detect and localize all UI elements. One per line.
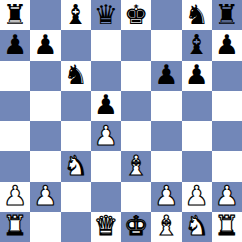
square-g1[interactable]: ♞ [182, 212, 212, 242]
black-knight-c6[interactable]: ♞ [64, 61, 88, 88]
black-knight-g8[interactable]: ♞ [185, 1, 209, 28]
square-a3[interactable] [0, 151, 30, 181]
white-bishop-e3[interactable]: ♝ [124, 152, 148, 179]
square-h6[interactable] [212, 61, 242, 91]
square-e4[interactable] [121, 121, 151, 151]
square-f5[interactable] [151, 91, 181, 121]
black-pawn-b7[interactable]: ♟ [33, 31, 57, 58]
square-g4[interactable] [182, 121, 212, 151]
white-king-e1[interactable]: ♚ [124, 212, 148, 239]
square-g6[interactable]: ♟ [182, 61, 212, 91]
square-h7[interactable]: ♟ [212, 30, 242, 60]
square-g2[interactable]: ♟ [182, 182, 212, 212]
square-f7[interactable] [151, 30, 181, 60]
square-g3[interactable] [182, 151, 212, 181]
square-f1[interactable]: ♝ [151, 212, 181, 242]
white-pawn-d4[interactable]: ♟ [94, 122, 118, 149]
square-b6[interactable] [30, 61, 60, 91]
square-c4[interactable] [61, 121, 91, 151]
square-e6[interactable] [121, 61, 151, 91]
square-a8[interactable]: ♜ [0, 0, 30, 30]
square-a5[interactable] [0, 91, 30, 121]
white-rook-h1[interactable]: ♜ [215, 212, 239, 239]
black-rook-a8[interactable]: ♜ [3, 1, 27, 28]
square-d6[interactable] [91, 61, 121, 91]
square-b4[interactable] [30, 121, 60, 151]
black-pawn-d5[interactable]: ♟ [94, 91, 118, 118]
square-e2[interactable] [121, 182, 151, 212]
square-f4[interactable] [151, 121, 181, 151]
square-b7[interactable]: ♟ [30, 30, 60, 60]
square-d5[interactable]: ♟ [91, 91, 121, 121]
square-g7[interactable]: ♝ [182, 30, 212, 60]
white-rook-a1[interactable]: ♜ [3, 212, 27, 239]
square-c2[interactable] [61, 182, 91, 212]
square-d8[interactable]: ♛ [91, 0, 121, 30]
black-pawn-h7[interactable]: ♟ [215, 31, 239, 58]
square-a4[interactable] [0, 121, 30, 151]
square-g8[interactable]: ♞ [182, 0, 212, 30]
square-b2[interactable]: ♟ [30, 182, 60, 212]
white-pawn-g2[interactable]: ♟ [185, 182, 209, 209]
square-b5[interactable] [30, 91, 60, 121]
square-d3[interactable] [91, 151, 121, 181]
square-c5[interactable] [61, 91, 91, 121]
square-a1[interactable]: ♜ [0, 212, 30, 242]
square-d4[interactable]: ♟ [91, 121, 121, 151]
square-e3[interactable]: ♝ [121, 151, 151, 181]
white-pawn-a2[interactable]: ♟ [3, 182, 27, 209]
square-f8[interactable] [151, 0, 181, 30]
white-knight-c3[interactable]: ♞ [64, 152, 88, 179]
square-d1[interactable]: ♛ [91, 212, 121, 242]
square-h1[interactable]: ♜ [212, 212, 242, 242]
square-h5[interactable] [212, 91, 242, 121]
square-c3[interactable]: ♞ [61, 151, 91, 181]
black-pawn-f6[interactable]: ♟ [154, 61, 178, 88]
white-bishop-f1[interactable]: ♝ [154, 212, 178, 239]
square-c7[interactable] [61, 30, 91, 60]
black-pawn-a7[interactable]: ♟ [3, 31, 27, 58]
square-d7[interactable] [91, 30, 121, 60]
square-c1[interactable] [61, 212, 91, 242]
chess-board: ♜♝♛♚♞♜♟♟♝♟♞♟♟♟♟♞♝♟♟♟♟♟♜♛♚♝♞♜ [0, 0, 242, 242]
square-e5[interactable] [121, 91, 151, 121]
square-d2[interactable] [91, 182, 121, 212]
square-a2[interactable]: ♟ [0, 182, 30, 212]
square-h8[interactable]: ♜ [212, 0, 242, 30]
square-g5[interactable] [182, 91, 212, 121]
white-pawn-f2[interactable]: ♟ [154, 182, 178, 209]
square-h3[interactable] [212, 151, 242, 181]
black-bishop-c8[interactable]: ♝ [64, 1, 88, 28]
square-b3[interactable] [30, 151, 60, 181]
square-c6[interactable]: ♞ [61, 61, 91, 91]
black-queen-d8[interactable]: ♛ [94, 1, 118, 28]
square-h4[interactable] [212, 121, 242, 151]
black-bishop-g7[interactable]: ♝ [185, 31, 209, 58]
square-b8[interactable] [30, 0, 60, 30]
square-f6[interactable]: ♟ [151, 61, 181, 91]
square-f2[interactable]: ♟ [151, 182, 181, 212]
black-rook-h8[interactable]: ♜ [215, 1, 239, 28]
square-e1[interactable]: ♚ [121, 212, 151, 242]
square-b1[interactable] [30, 212, 60, 242]
white-pawn-h2[interactable]: ♟ [215, 182, 239, 209]
square-e8[interactable]: ♚ [121, 0, 151, 30]
white-knight-g1[interactable]: ♞ [185, 212, 209, 239]
square-h2[interactable]: ♟ [212, 182, 242, 212]
square-f3[interactable] [151, 151, 181, 181]
black-pawn-g6[interactable]: ♟ [185, 61, 209, 88]
white-queen-d1[interactable]: ♛ [94, 212, 118, 239]
white-pawn-b2[interactable]: ♟ [33, 182, 57, 209]
square-a6[interactable] [0, 61, 30, 91]
square-c8[interactable]: ♝ [61, 0, 91, 30]
square-a7[interactable]: ♟ [0, 30, 30, 60]
square-e7[interactable] [121, 30, 151, 60]
black-king-e8[interactable]: ♚ [124, 1, 148, 28]
